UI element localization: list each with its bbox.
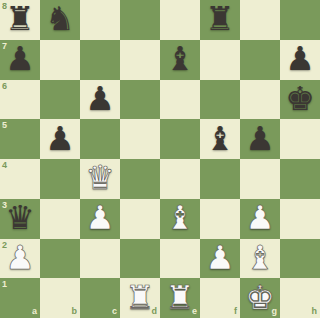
piece-black-rook[interactable]: ♜: [205, 2, 235, 35]
square-b4[interactable]: [40, 159, 80, 199]
rank-label-1: 1: [2, 280, 7, 289]
piece-white-pawn[interactable]: ♟: [245, 201, 275, 234]
square-c8[interactable]: [80, 0, 120, 40]
piece-black-pawn[interactable]: ♟: [45, 122, 75, 155]
square-a2[interactable]: 2♟: [0, 239, 40, 279]
piece-black-queen[interactable]: ♛: [5, 201, 35, 234]
rank-label-4: 4: [2, 161, 7, 170]
square-d1[interactable]: d♜: [120, 278, 160, 318]
square-c4[interactable]: ♛: [80, 159, 120, 199]
square-d3[interactable]: [120, 199, 160, 239]
square-f2[interactable]: ♟: [200, 239, 240, 279]
piece-white-bishop[interactable]: ♝: [245, 241, 275, 274]
piece-white-pawn[interactable]: ♟: [5, 241, 35, 274]
square-g3[interactable]: ♟: [240, 199, 280, 239]
square-a6[interactable]: 6: [0, 80, 40, 120]
piece-black-knight[interactable]: ♞: [45, 2, 75, 35]
square-e6[interactable]: [160, 80, 200, 120]
square-d5[interactable]: [120, 119, 160, 159]
piece-white-king[interactable]: ♚: [245, 281, 275, 314]
square-b8[interactable]: ♞: [40, 0, 80, 40]
square-a1[interactable]: 1a: [0, 278, 40, 318]
file-label-a: a: [32, 307, 37, 316]
file-label-b: b: [72, 307, 78, 316]
square-c3[interactable]: ♟: [80, 199, 120, 239]
square-h1[interactable]: h: [280, 278, 320, 318]
square-e3[interactable]: ♝: [160, 199, 200, 239]
square-e7[interactable]: ♝: [160, 40, 200, 80]
square-f7[interactable]: [200, 40, 240, 80]
square-h2[interactable]: [280, 239, 320, 279]
square-h3[interactable]: [280, 199, 320, 239]
square-f8[interactable]: ♜: [200, 0, 240, 40]
square-e8[interactable]: [160, 0, 200, 40]
piece-black-pawn[interactable]: ♟: [85, 82, 115, 115]
square-b5[interactable]: ♟: [40, 119, 80, 159]
square-g5[interactable]: ♟: [240, 119, 280, 159]
square-c6[interactable]: ♟: [80, 80, 120, 120]
square-b7[interactable]: [40, 40, 80, 80]
piece-black-rook[interactable]: ♜: [5, 2, 35, 35]
square-b2[interactable]: [40, 239, 80, 279]
square-h7[interactable]: ♟: [280, 40, 320, 80]
rank-label-5: 5: [2, 121, 7, 130]
square-e5[interactable]: [160, 119, 200, 159]
square-f3[interactable]: [200, 199, 240, 239]
piece-white-rook[interactable]: ♜: [165, 281, 195, 314]
square-a3[interactable]: 3♛: [0, 199, 40, 239]
piece-black-pawn[interactable]: ♟: [245, 122, 275, 155]
square-b6[interactable]: [40, 80, 80, 120]
square-d2[interactable]: [120, 239, 160, 279]
square-h4[interactable]: [280, 159, 320, 199]
piece-black-bishop[interactable]: ♝: [165, 42, 195, 75]
square-f4[interactable]: [200, 159, 240, 199]
square-g8[interactable]: [240, 0, 280, 40]
piece-white-rook[interactable]: ♜: [125, 281, 155, 314]
square-c1[interactable]: c: [80, 278, 120, 318]
square-g7[interactable]: [240, 40, 280, 80]
square-a4[interactable]: 4: [0, 159, 40, 199]
square-g1[interactable]: g♚: [240, 278, 280, 318]
square-c5[interactable]: [80, 119, 120, 159]
piece-white-pawn[interactable]: ♟: [205, 241, 235, 274]
square-g6[interactable]: [240, 80, 280, 120]
square-g2[interactable]: ♝: [240, 239, 280, 279]
piece-black-king[interactable]: ♚: [285, 82, 315, 115]
piece-white-bishop[interactable]: ♝: [165, 201, 195, 234]
square-a8[interactable]: 8♜: [0, 0, 40, 40]
square-b1[interactable]: b: [40, 278, 80, 318]
piece-white-queen[interactable]: ♛: [85, 161, 115, 194]
square-c2[interactable]: [80, 239, 120, 279]
square-e2[interactable]: [160, 239, 200, 279]
square-d8[interactable]: [120, 0, 160, 40]
piece-white-pawn[interactable]: ♟: [85, 201, 115, 234]
square-g4[interactable]: [240, 159, 280, 199]
square-f6[interactable]: [200, 80, 240, 120]
piece-black-pawn[interactable]: ♟: [285, 42, 315, 75]
square-c7[interactable]: [80, 40, 120, 80]
square-e4[interactable]: [160, 159, 200, 199]
square-a7[interactable]: 7♟: [0, 40, 40, 80]
file-label-f: f: [234, 307, 237, 316]
square-d7[interactable]: [120, 40, 160, 80]
square-e1[interactable]: e♜: [160, 278, 200, 318]
square-f5[interactable]: ♝: [200, 119, 240, 159]
square-d6[interactable]: [120, 80, 160, 120]
square-h6[interactable]: ♚: [280, 80, 320, 120]
square-d4[interactable]: [120, 159, 160, 199]
square-f1[interactable]: f: [200, 278, 240, 318]
file-label-c: c: [112, 307, 117, 316]
square-b3[interactable]: [40, 199, 80, 239]
file-label-h: h: [312, 307, 318, 316]
rank-label-6: 6: [2, 82, 7, 91]
chess-board: 8♜♞♜7♟♝♟6♟♚5♟♝♟4♛3♛♟♝♟2♟♟♝1abcd♜e♜fg♚h: [0, 0, 320, 318]
square-a5[interactable]: 5: [0, 119, 40, 159]
square-h8[interactable]: [280, 0, 320, 40]
piece-black-bishop[interactable]: ♝: [205, 122, 235, 155]
piece-black-pawn[interactable]: ♟: [5, 42, 35, 75]
square-h5[interactable]: [280, 119, 320, 159]
